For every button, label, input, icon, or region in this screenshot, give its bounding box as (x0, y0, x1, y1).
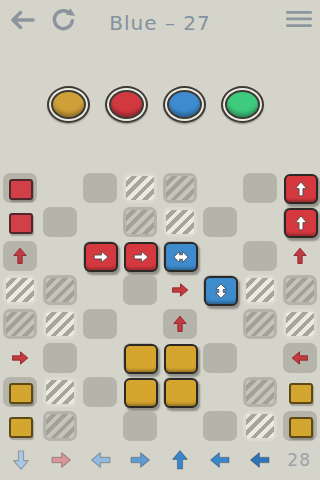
cell-r4c8 (280, 273, 320, 307)
blue-button-face (167, 90, 202, 119)
red-arrow-marker-right (170, 280, 190, 300)
yellow-target-marker (289, 417, 313, 438)
palette (0, 86, 310, 123)
wall-cell (126, 210, 154, 234)
cell-r2c4 (120, 205, 160, 239)
cell-r6c8 (280, 341, 320, 375)
history-arrow-3-left (89, 448, 113, 472)
cell-r6c3 (80, 341, 120, 375)
wall-cell (246, 312, 274, 336)
cell-r2c2 (40, 205, 80, 239)
cell-r4c7 (240, 273, 280, 307)
history-arrow-6-left (208, 448, 232, 472)
cell-r8c8 (280, 409, 320, 443)
cell-base (243, 241, 277, 271)
wall-cell (246, 380, 274, 404)
wall-cell (126, 176, 154, 200)
red-arrow-block-up[interactable] (284, 174, 318, 204)
cell-r1c7 (240, 171, 280, 205)
yellow-block[interactable] (164, 344, 198, 374)
cell-base (243, 207, 277, 237)
color-button-red[interactable] (105, 86, 148, 123)
history-arrow-1-down (9, 448, 33, 472)
red-target-marker (9, 179, 33, 200)
cell-base (43, 343, 77, 373)
history-arrow-7-left (248, 448, 272, 472)
cell-r2c3 (80, 205, 120, 239)
cell-r3c8 (280, 239, 320, 273)
cell-r5c8 (280, 307, 320, 341)
cell-r3c5 (160, 239, 200, 273)
cell-r1c8 (280, 171, 320, 205)
yellow-target-marker (289, 383, 313, 404)
wall-cell (286, 278, 314, 302)
cell-r3c1 (0, 239, 40, 273)
blue-double-arrow-block-vertical[interactable] (204, 276, 238, 306)
cell-base (243, 343, 277, 373)
yellow-block[interactable] (164, 378, 198, 408)
cell-r2c1 (0, 205, 40, 239)
cell-base (43, 207, 77, 237)
cell-r4c1 (0, 273, 40, 307)
red-arrow-block-right[interactable] (124, 242, 158, 272)
cell-r5c6 (200, 307, 240, 341)
cell-r1c3 (80, 171, 120, 205)
cell-base (203, 411, 237, 441)
cell-base (83, 377, 117, 407)
cell-r4c4 (120, 273, 160, 307)
red-arrow-marker-up (10, 246, 30, 266)
wall-cell (46, 380, 74, 404)
cell-base (243, 173, 277, 203)
cell-base (203, 173, 237, 203)
red-arrow-marker-right (10, 348, 30, 368)
menu-button[interactable] (286, 10, 312, 28)
cell-r7c3 (80, 375, 120, 409)
cell-r1c6 (200, 171, 240, 205)
wall-cell (46, 278, 74, 302)
wall-cell (166, 176, 194, 200)
red-arrow-marker-up (170, 314, 190, 334)
wall-cell (246, 414, 274, 438)
cell-r3c6 (200, 239, 240, 273)
cell-r7c6 (200, 375, 240, 409)
cell-base (83, 207, 117, 237)
cell-r8c4 (120, 409, 160, 443)
cell-r5c5 (160, 307, 200, 341)
cell-r6c6 (200, 341, 240, 375)
cell-base (123, 275, 157, 305)
cell-r8c1 (0, 409, 40, 443)
cell-r8c7 (240, 409, 280, 443)
cell-r4c6 (200, 273, 240, 307)
move-count: 28 (287, 450, 311, 470)
cell-base (83, 275, 117, 305)
cell-r5c2 (40, 307, 80, 341)
cell-r7c8 (280, 375, 320, 409)
yellow-target-marker (9, 417, 33, 438)
red-arrow-block-right[interactable] (84, 242, 118, 272)
cell-r3c3 (80, 239, 120, 273)
cell-r5c1 (0, 307, 40, 341)
page-title: Blue – 27 (0, 11, 320, 35)
cell-r7c2 (40, 375, 80, 409)
cell-r7c5 (160, 375, 200, 409)
yellow-button-face (51, 90, 86, 119)
cell-r2c5 (160, 205, 200, 239)
cell-base (83, 309, 117, 339)
wall-cell (286, 312, 314, 336)
history-arrow-2-right (49, 448, 73, 472)
cell-base (203, 309, 237, 339)
cell-r6c5 (160, 341, 200, 375)
cell-r1c2 (40, 171, 80, 205)
cell-r3c4 (120, 239, 160, 273)
cell-r1c1 (0, 171, 40, 205)
cell-r3c7 (240, 239, 280, 273)
cell-r2c7 (240, 205, 280, 239)
cell-base (163, 411, 197, 441)
cell-base (203, 241, 237, 271)
red-button-face (109, 90, 144, 119)
yellow-block[interactable] (124, 378, 158, 408)
wall-cell (46, 312, 74, 336)
wall-cell (166, 210, 194, 234)
wall-cell (246, 278, 274, 302)
cell-base (43, 241, 77, 271)
yellow-target-marker (9, 383, 33, 404)
history-arrow-5-up (168, 448, 192, 472)
cell-r4c5 (160, 273, 200, 307)
red-arrow-block-up[interactable] (284, 208, 318, 238)
yellow-block[interactable] (124, 344, 158, 374)
color-button-yellow[interactable] (47, 86, 90, 123)
cell-r6c7 (240, 341, 280, 375)
cell-base (43, 173, 77, 203)
cell-r6c2 (40, 341, 80, 375)
cell-r7c7 (240, 375, 280, 409)
cell-base (123, 309, 157, 339)
cell-r1c4 (120, 171, 160, 205)
color-button-green[interactable] (221, 86, 264, 123)
cell-r3c2 (40, 239, 80, 273)
cell-r8c5 (160, 409, 200, 443)
menu-icon (286, 16, 312, 31)
cell-r5c3 (80, 307, 120, 341)
wall-cell (46, 414, 74, 438)
cell-r5c4 (120, 307, 160, 341)
cell-r5c7 (240, 307, 280, 341)
cell-r8c6 (200, 409, 240, 443)
cell-base (83, 411, 117, 441)
cell-r2c8 (280, 205, 320, 239)
wall-cell (6, 278, 34, 302)
cell-r2c6 (200, 205, 240, 239)
cell-r4c3 (80, 273, 120, 307)
red-arrow-marker-up (290, 246, 310, 266)
cell-r7c1 (0, 375, 40, 409)
app: Blue – 27 28 (0, 0, 320, 480)
color-button-blue[interactable] (163, 86, 206, 123)
cell-r7c4 (120, 375, 160, 409)
cell-base (83, 173, 117, 203)
green-button-face (225, 90, 260, 119)
history-arrow-4-right (128, 448, 152, 472)
cell-base (203, 343, 237, 373)
cell-r8c2 (40, 409, 80, 443)
cell-r1c5 (160, 171, 200, 205)
cell-r8c3 (80, 409, 120, 443)
cell-r6c4 (120, 341, 160, 375)
board (0, 171, 320, 443)
cell-base (203, 207, 237, 237)
red-target-marker (9, 213, 33, 234)
blue-double-arrow-block-horizontal[interactable] (164, 242, 198, 272)
cell-r6c1 (0, 341, 40, 375)
cell-base (83, 343, 117, 373)
cell-base (203, 377, 237, 407)
cell-base (123, 411, 157, 441)
cell-r4c2 (40, 273, 80, 307)
move-history-bar: 28 (0, 446, 320, 474)
red-arrow-marker-left (290, 348, 310, 368)
wall-cell (6, 312, 34, 336)
